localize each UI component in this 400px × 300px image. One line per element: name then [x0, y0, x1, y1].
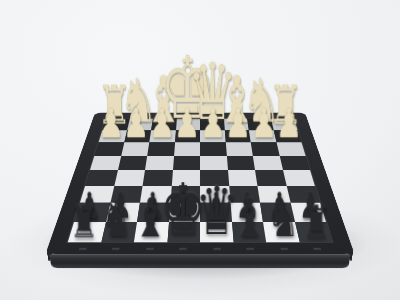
square-h5[interactable] [85, 170, 117, 186]
board-grid: ♜♞♝♚♛♝♞♜♟♟♟♟♟♟♟♟♟♟♟♟♟♟♟♟♜♞♝♚♛♝♞♜ [68, 119, 333, 243]
square-a2[interactable]: ♟ [273, 130, 301, 142]
square-a4[interactable] [279, 156, 310, 170]
square-b8[interactable]: ♞ [263, 222, 299, 243]
frame-coordinate-ticks [65, 245, 336, 252]
square-c8[interactable]: ♝ [231, 222, 266, 243]
frame-tick [233, 245, 267, 252]
square-e2[interactable]: ♟ [175, 130, 200, 142]
square-b2[interactable]: ♟ [249, 130, 276, 142]
piece-white-pawn[interactable]: ♟ [225, 103, 251, 144]
frame-tick [300, 245, 336, 252]
piece-black-knight[interactable]: ♞ [267, 195, 299, 245]
square-g2[interactable]: ♟ [124, 130, 151, 142]
piece-white-pawn[interactable]: ♟ [123, 103, 149, 144]
square-f2[interactable]: ♟ [149, 130, 175, 142]
square-d8[interactable]: ♛ [200, 222, 233, 243]
square-f3[interactable] [147, 142, 174, 155]
piece-black-bishop[interactable]: ♝ [233, 191, 267, 244]
piece-white-pawn[interactable]: ♟ [251, 103, 277, 144]
square-g8[interactable]: ♞ [101, 222, 137, 243]
piece-black-knight[interactable]: ♞ [101, 195, 133, 245]
square-a8[interactable]: ♜ [294, 222, 332, 243]
square-b3[interactable] [251, 142, 279, 155]
square-d2[interactable]: ♟ [200, 130, 225, 142]
piece-black-rook[interactable]: ♜ [302, 200, 331, 245]
piece-white-pawn[interactable]: ♟ [174, 103, 200, 144]
frame-tick [267, 245, 302, 252]
square-a3[interactable] [276, 142, 305, 155]
frame-tick [65, 245, 101, 252]
piece-white-pawn[interactable]: ♟ [98, 103, 124, 144]
piece-white-pawn[interactable]: ♟ [276, 103, 302, 144]
square-c2[interactable]: ♟ [224, 130, 250, 142]
square-g5[interactable] [114, 170, 145, 186]
square-g4[interactable] [118, 156, 148, 170]
frame-tick [166, 245, 200, 252]
square-b4[interactable] [253, 156, 283, 170]
chess-board-3d: ♜♞♝♚♛♝♞♜♟♟♟♟♟♟♟♟♟♟♟♟♟♟♟♟♜♞♝♚♛♝♞♜ [45, 113, 354, 255]
square-a5[interactable] [283, 170, 315, 186]
frame-front-face [49, 254, 351, 268]
square-b5[interactable] [255, 170, 286, 186]
square-e3[interactable] [174, 142, 200, 155]
piece-black-rook[interactable]: ♜ [69, 200, 98, 245]
board-frame: ♜♞♝♚♛♝♞♜♟♟♟♟♟♟♟♟♟♟♟♟♟♟♟♟♜♞♝♚♛♝♞♜ [45, 113, 354, 255]
square-h4[interactable] [90, 156, 121, 170]
square-g3[interactable] [121, 142, 149, 155]
frame-tick [132, 245, 166, 252]
frame-tick [99, 245, 134, 252]
square-h3[interactable] [94, 142, 123, 155]
square-c4[interactable] [226, 156, 255, 170]
frame-tick [200, 245, 234, 252]
piece-white-pawn[interactable]: ♟ [200, 103, 226, 144]
square-c3[interactable] [225, 142, 252, 155]
chess-scene: ♜♞♝♚♛♝♞♜♟♟♟♟♟♟♟♟♟♟♟♟♟♟♟♟♜♞♝♚♛♝♞♜ [0, 0, 400, 300]
piece-white-pawn[interactable]: ♟ [149, 103, 175, 144]
square-d3[interactable] [200, 142, 226, 155]
